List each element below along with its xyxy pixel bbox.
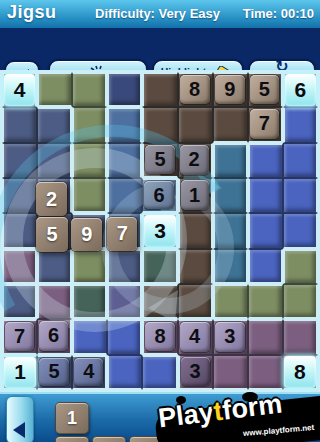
cell-r8c6[interactable] <box>213 355 248 390</box>
cell-r0c8[interactable]: 6 <box>283 72 318 107</box>
floating-piece-tile-r4c1[interactable]: 5 <box>36 217 68 251</box>
cell-r2c7[interactable] <box>248 143 283 178</box>
hint-cell-r8c0: 1 <box>4 357 36 388</box>
given-tile-r2c5: 2 <box>180 145 209 175</box>
cell-r4c4[interactable]: 3 <box>142 213 177 248</box>
cell-r0c0[interactable]: 4 <box>2 72 37 107</box>
cell-r6c2[interactable] <box>72 284 107 319</box>
cell-r3c3[interactable] <box>107 178 142 213</box>
cell-r1c0[interactable] <box>2 107 37 142</box>
cell-r5c1[interactable] <box>37 249 72 284</box>
cell-r7c5[interactable]: 4 <box>178 319 213 354</box>
cell-r4c6[interactable] <box>213 213 248 248</box>
cell-r8c3[interactable] <box>107 355 142 390</box>
given-tile-r0c7: 5 <box>250 75 279 104</box>
cell-r0c5[interactable]: 8 <box>178 72 213 107</box>
floating-piece-tile-r4c3[interactable]: 7 <box>107 217 137 250</box>
cell-r7c2[interactable] <box>72 319 107 354</box>
cell-r4c1[interactable]: 5 <box>37 213 72 248</box>
cell-r0c1[interactable] <box>37 72 72 107</box>
cell-r2c8[interactable] <box>283 143 318 178</box>
cell-r4c2[interactable]: 9 <box>72 213 107 248</box>
difficulty-label: Difficulty: Very Easy <box>95 6 220 21</box>
cell-r7c7[interactable] <box>248 319 283 354</box>
cell-r2c3[interactable] <box>107 143 142 178</box>
cell-r0c7[interactable]: 5 <box>248 72 283 107</box>
cell-r5c6[interactable] <box>213 249 248 284</box>
cell-r1c4[interactable] <box>142 107 177 142</box>
given-tile-r8c5: 3 <box>181 357 210 386</box>
cell-r8c5[interactable]: 3 <box>178 355 213 390</box>
tray-piece-tile[interactable]: 2 <box>55 436 89 442</box>
cell-r2c2[interactable] <box>72 143 107 178</box>
cell-r8c4[interactable] <box>142 355 177 390</box>
cell-r3c1[interactable]: 2 <box>37 178 72 213</box>
cell-r8c8[interactable]: 8 <box>283 355 318 390</box>
toolbar: Place a piece Highlight Errors ↻ Rotate … <box>0 28 320 70</box>
given-tile-r7c1: 6 <box>39 321 68 350</box>
cell-r6c3[interactable] <box>107 284 142 319</box>
floating-piece-tile-r3c1[interactable]: 2 <box>36 182 67 216</box>
cell-r5c5[interactable] <box>178 249 213 284</box>
sudoku-board: 4895675226159737684315438 <box>0 70 320 392</box>
cell-r8c7[interactable] <box>248 355 283 390</box>
cell-r3c4[interactable]: 6 <box>142 178 177 213</box>
tray-piece-tile[interactable]: 9 <box>92 436 126 442</box>
cell-r5c3[interactable] <box>107 249 142 284</box>
cell-r2c1[interactable] <box>37 143 72 178</box>
cell-r2c4[interactable]: 5 <box>142 143 177 178</box>
cell-r6c6[interactable] <box>213 284 248 319</box>
playtform-logo[interactable]: Playtform www.playtform.net <box>146 394 320 442</box>
cell-r7c8[interactable] <box>283 319 318 354</box>
hint-cell-r4c4: 3 <box>144 215 175 246</box>
cell-r7c6[interactable]: 3 <box>213 319 248 354</box>
cell-r6c0[interactable] <box>2 284 37 319</box>
cell-r1c8[interactable] <box>283 107 318 142</box>
cell-r2c5[interactable]: 2 <box>178 143 213 178</box>
cell-r1c1[interactable] <box>37 107 72 142</box>
board-grid: 4895675226159737684315438 <box>2 72 318 390</box>
cell-r0c4[interactable] <box>142 72 177 107</box>
given-tile-r3c5: 1 <box>181 180 209 210</box>
cell-r0c3[interactable] <box>107 72 142 107</box>
cell-r0c2[interactable] <box>72 72 107 107</box>
given-tile-r3c4: 6 <box>144 181 173 209</box>
cell-r4c8[interactable] <box>283 213 318 248</box>
cell-r8c1[interactable]: 5 <box>37 355 72 390</box>
cell-r3c2[interactable] <box>72 178 107 213</box>
hint-cell-r0c8: 6 <box>285 74 316 106</box>
cell-r2c6[interactable] <box>213 143 248 178</box>
cell-r5c0[interactable] <box>2 249 37 284</box>
cell-r8c2[interactable]: 4 <box>72 355 107 390</box>
cell-r1c6[interactable] <box>213 107 248 142</box>
cell-r4c5[interactable] <box>178 213 213 248</box>
header-bar: Jigsu Difficulty: Very Easy Time: 00:10 <box>0 0 320 29</box>
cell-r6c5[interactable] <box>178 284 213 319</box>
tray-piece-tile[interactable]: 1 <box>55 402 89 434</box>
cell-r3c6[interactable] <box>213 178 248 213</box>
given-tile-r1c7: 7 <box>250 109 279 138</box>
cell-r0c6[interactable]: 9 <box>213 72 248 107</box>
cell-r6c8[interactable] <box>283 284 318 319</box>
timer-label: Time: 00:10 <box>243 6 314 21</box>
cell-r1c2[interactable] <box>72 107 107 142</box>
cell-r3c0[interactable] <box>2 178 37 213</box>
cell-r1c3[interactable] <box>107 107 142 142</box>
given-tile-r7c0: 7 <box>5 322 34 350</box>
floating-piece-tile-r4c2[interactable]: 9 <box>71 218 102 250</box>
cell-r5c4[interactable] <box>142 249 177 284</box>
given-tile-r2c4: 5 <box>145 145 174 174</box>
given-tile-r7c4: 8 <box>145 322 174 350</box>
cell-r2c0[interactable] <box>2 143 37 178</box>
given-tile-r7c5: 4 <box>180 322 210 351</box>
cell-r5c7[interactable] <box>248 249 283 284</box>
cell-r5c2[interactable] <box>72 249 107 284</box>
given-tile-r0c6: 9 <box>215 75 245 104</box>
cell-r3c7[interactable] <box>248 178 283 213</box>
cell-r4c3[interactable]: 7 <box>107 213 142 248</box>
cell-r7c4[interactable]: 8 <box>142 319 177 354</box>
cell-r3c8[interactable] <box>283 178 318 213</box>
given-tile-r7c6: 3 <box>215 322 245 351</box>
cell-r6c7[interactable] <box>248 284 283 319</box>
given-tile-r0c5: 8 <box>180 75 210 104</box>
cell-r3c5[interactable]: 1 <box>178 178 213 213</box>
cell-r7c1[interactable]: 6 <box>37 319 72 354</box>
cell-r7c3[interactable] <box>107 319 142 354</box>
cell-r1c5[interactable] <box>178 107 213 142</box>
tray-left-arrow-icon <box>13 422 25 438</box>
cell-r1c7[interactable]: 7 <box>248 107 283 142</box>
cell-r4c7[interactable] <box>248 213 283 248</box>
given-tile-r8c2: 4 <box>74 358 103 386</box>
cell-r6c4[interactable] <box>142 284 177 319</box>
cell-r6c1[interactable] <box>37 284 72 319</box>
hint-cell-r0c0: 4 <box>4 74 35 106</box>
cell-r8c0[interactable]: 1 <box>2 355 37 390</box>
hint-cell-r8c8: 8 <box>284 356 316 388</box>
cell-r4c0[interactable] <box>2 213 37 248</box>
cell-r7c0[interactable]: 7 <box>2 319 37 354</box>
cell-r5c8[interactable] <box>283 249 318 284</box>
app-title: Jigsu <box>7 2 57 23</box>
tray-scroll-left-button[interactable] <box>6 396 34 442</box>
given-tile-r8c1: 5 <box>39 358 69 386</box>
